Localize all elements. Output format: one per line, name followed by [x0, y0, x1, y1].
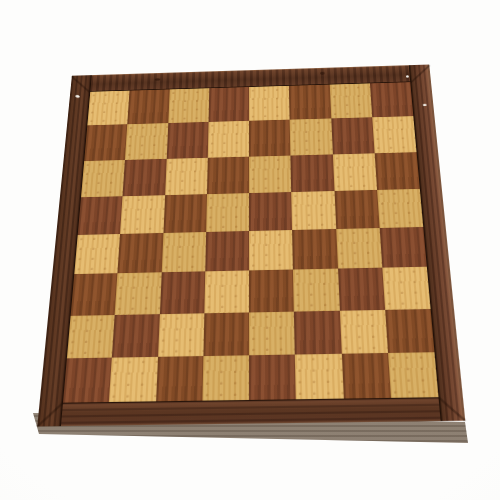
square-e3[interactable] [249, 270, 294, 312]
square-f4[interactable] [292, 229, 337, 270]
square-d6[interactable] [207, 156, 249, 194]
square-g4[interactable] [336, 228, 382, 269]
square-e5[interactable] [249, 192, 292, 231]
square-c4[interactable] [161, 232, 206, 273]
square-b1[interactable] [109, 357, 157, 402]
square-a6[interactable] [81, 160, 125, 198]
square-h7[interactable] [372, 116, 417, 153]
square-e6[interactable] [249, 155, 291, 193]
square-a7[interactable] [84, 124, 127, 160]
square-c6[interactable] [165, 157, 208, 195]
square-b3[interactable] [115, 273, 161, 315]
square-d1[interactable] [202, 355, 249, 401]
square-h1[interactable] [388, 352, 439, 398]
square-e2[interactable] [249, 311, 295, 355]
square-f8[interactable] [289, 85, 331, 120]
square-e8[interactable] [249, 86, 290, 121]
square-e1[interactable] [249, 354, 296, 400]
square-b8[interactable] [127, 89, 169, 124]
square-b4[interactable] [118, 233, 163, 273]
square-a3[interactable] [71, 273, 118, 315]
square-a5[interactable] [78, 196, 123, 235]
playing-field [63, 82, 439, 403]
square-a1[interactable] [63, 357, 112, 402]
square-h5[interactable] [377, 189, 423, 228]
square-g7[interactable] [331, 117, 375, 154]
square-c1[interactable] [156, 356, 204, 402]
square-h8[interactable] [370, 82, 414, 117]
square-g8[interactable] [329, 83, 372, 118]
square-a2[interactable] [67, 315, 115, 359]
square-d8[interactable] [208, 87, 249, 122]
square-f3[interactable] [293, 269, 339, 311]
square-h4[interactable] [379, 227, 426, 268]
square-c5[interactable] [163, 194, 207, 233]
square-b2[interactable] [112, 314, 159, 358]
square-g6[interactable] [332, 153, 376, 191]
square-e7[interactable] [249, 120, 291, 156]
square-e4[interactable] [249, 230, 293, 271]
square-f6[interactable] [291, 154, 334, 192]
square-g1[interactable] [341, 353, 391, 399]
square-c3[interactable] [159, 272, 205, 314]
square-a4[interactable] [74, 234, 120, 274]
square-d7[interactable] [208, 121, 249, 157]
square-b6[interactable] [123, 158, 167, 196]
square-f2[interactable] [294, 310, 341, 354]
square-d5[interactable] [206, 193, 249, 232]
square-d3[interactable] [204, 271, 249, 313]
square-g5[interactable] [334, 190, 379, 229]
photo-background [0, 0, 500, 500]
square-f5[interactable] [291, 191, 335, 230]
square-d4[interactable] [205, 231, 249, 272]
paint-speck [406, 75, 409, 77]
square-g2[interactable] [339, 309, 387, 353]
square-a8[interactable] [87, 91, 129, 126]
square-h3[interactable] [382, 267, 430, 309]
square-c8[interactable] [168, 88, 209, 123]
square-h6[interactable] [374, 152, 419, 190]
square-g3[interactable] [338, 268, 385, 310]
square-c2[interactable] [158, 313, 205, 357]
square-c7[interactable] [166, 122, 208, 158]
paint-speck [423, 104, 427, 106]
square-f1[interactable] [295, 353, 343, 399]
square-f7[interactable] [290, 119, 333, 155]
square-d2[interactable] [203, 312, 249, 356]
chessboard [37, 65, 465, 427]
square-h2[interactable] [385, 309, 435, 353]
square-b5[interactable] [120, 195, 164, 234]
square-b7[interactable] [125, 123, 168, 159]
